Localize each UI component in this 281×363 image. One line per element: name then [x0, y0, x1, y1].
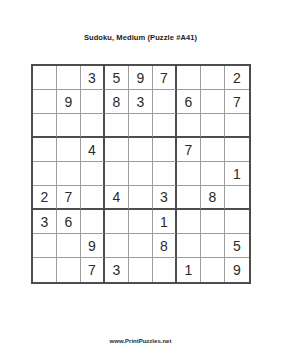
- cell-r7c7: [177, 210, 201, 234]
- cell-r9c2: [57, 258, 81, 282]
- cell-r1c8: [201, 66, 225, 90]
- cell-r1c5: 9: [129, 66, 153, 90]
- cell-r5c2: [57, 162, 81, 186]
- cell-r1c2: [57, 66, 81, 90]
- cell-r6c5: [129, 186, 153, 210]
- cell-r8c9: 5: [225, 234, 249, 258]
- cell-r8c5: [129, 234, 153, 258]
- cell-r2c4: 8: [105, 90, 129, 114]
- cell-r5c3: [81, 162, 105, 186]
- cell-r7c4: [105, 210, 129, 234]
- cell-r4c5: [129, 138, 153, 162]
- cell-r1c1: [33, 66, 57, 90]
- cell-r7c3: [81, 210, 105, 234]
- cell-r1c3: 3: [81, 66, 105, 90]
- cell-r6c6: 3: [153, 186, 177, 210]
- cell-r1c6: 7: [153, 66, 177, 90]
- cell-r9c8: [201, 258, 225, 282]
- cell-r7c6: 1: [153, 210, 177, 234]
- cell-r9c9: 9: [225, 258, 249, 282]
- cell-r1c9: 2: [225, 66, 249, 90]
- cell-r4c9: [225, 138, 249, 162]
- cell-r2c2: 9: [57, 90, 81, 114]
- cell-r6c2: 7: [57, 186, 81, 210]
- cell-r3c7: [177, 114, 201, 138]
- cell-r8c4: [105, 234, 129, 258]
- cell-r3c9: [225, 114, 249, 138]
- cell-r9c3: 7: [81, 258, 105, 282]
- cell-r2c9: 7: [225, 90, 249, 114]
- cell-r9c1: [33, 258, 57, 282]
- cell-r4c7: 7: [177, 138, 201, 162]
- cell-r8c6: 8: [153, 234, 177, 258]
- cell-r8c3: 9: [81, 234, 105, 258]
- sudoku-print-page: Sudoku, Medium (Puzzle #A41) 35972983674…: [0, 0, 281, 363]
- cell-r5c5: [129, 162, 153, 186]
- cell-r2c6: [153, 90, 177, 114]
- cell-r6c7: [177, 186, 201, 210]
- cell-r9c4: 3: [105, 258, 129, 282]
- cell-r5c4: [105, 162, 129, 186]
- cell-r5c8: [201, 162, 225, 186]
- cell-r4c1: [33, 138, 57, 162]
- cell-r3c1: [33, 114, 57, 138]
- cell-r5c6: [153, 162, 177, 186]
- sudoku-board: 3597298367471274383619857319: [31, 64, 251, 284]
- cell-r7c2: 6: [57, 210, 81, 234]
- cell-r3c8: [201, 114, 225, 138]
- cell-r2c3: [81, 90, 105, 114]
- cell-r3c6: [153, 114, 177, 138]
- cell-r9c6: [153, 258, 177, 282]
- cell-r4c2: [57, 138, 81, 162]
- cell-r5c1: [33, 162, 57, 186]
- cell-r2c1: [33, 90, 57, 114]
- cell-r1c4: 5: [105, 66, 129, 90]
- cell-r8c1: [33, 234, 57, 258]
- cell-r6c4: 4: [105, 186, 129, 210]
- cell-r8c7: [177, 234, 201, 258]
- cell-r9c7: 1: [177, 258, 201, 282]
- cell-r2c5: 3: [129, 90, 153, 114]
- cell-r1c7: [177, 66, 201, 90]
- cell-r3c5: [129, 114, 153, 138]
- cell-r3c3: [81, 114, 105, 138]
- cell-r3c2: [57, 114, 81, 138]
- cell-r7c8: [201, 210, 225, 234]
- footer-url: www.PrintPuzzles.net: [0, 338, 281, 344]
- cell-r9c5: [129, 258, 153, 282]
- cell-r6c9: [225, 186, 249, 210]
- cell-r4c4: [105, 138, 129, 162]
- cell-r2c8: [201, 90, 225, 114]
- cell-r7c1: 3: [33, 210, 57, 234]
- cell-r2c7: 6: [177, 90, 201, 114]
- cell-r6c8: 8: [201, 186, 225, 210]
- cell-r4c6: [153, 138, 177, 162]
- cell-r7c9: [225, 210, 249, 234]
- cell-r6c1: 2: [33, 186, 57, 210]
- cell-r5c7: [177, 162, 201, 186]
- cell-r7c5: [129, 210, 153, 234]
- cell-r3c4: [105, 114, 129, 138]
- cell-r8c8: [201, 234, 225, 258]
- cell-r8c2: [57, 234, 81, 258]
- cell-r6c3: [81, 186, 105, 210]
- page-title: Sudoku, Medium (Puzzle #A41): [0, 33, 281, 42]
- cell-r4c3: 4: [81, 138, 105, 162]
- cell-r5c9: 1: [225, 162, 249, 186]
- cell-r4c8: [201, 138, 225, 162]
